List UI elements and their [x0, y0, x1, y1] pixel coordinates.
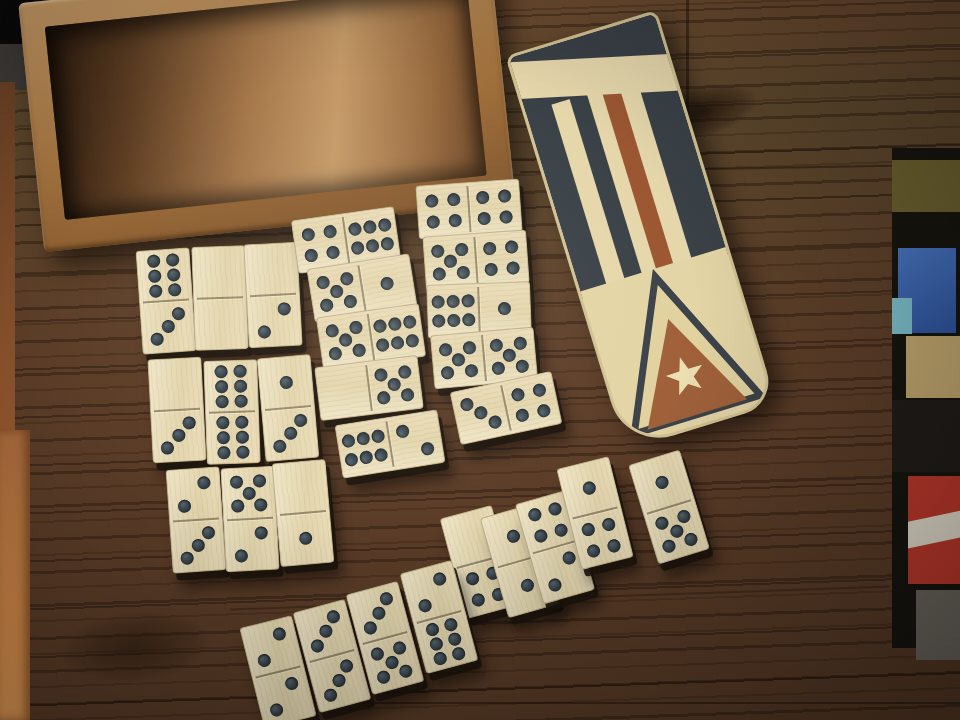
pip — [325, 609, 341, 625]
pip — [278, 302, 292, 316]
pip — [505, 528, 521, 544]
tile-divider — [477, 287, 481, 333]
tile-divider — [500, 385, 512, 430]
pip — [201, 525, 215, 539]
pip — [326, 245, 341, 260]
domino-tile-2-3[interactable] — [165, 466, 226, 574]
pip — [214, 365, 227, 378]
pip — [444, 255, 458, 269]
domino-tile-0-2[interactable] — [243, 242, 302, 349]
domino-tile-5-2[interactable] — [220, 466, 279, 573]
pip — [363, 620, 379, 636]
pip — [279, 376, 293, 390]
pip — [254, 498, 268, 512]
pip — [462, 313, 475, 326]
pip — [484, 262, 498, 276]
pip — [403, 315, 418, 330]
pip — [425, 194, 439, 208]
pip — [514, 408, 529, 423]
pip — [388, 317, 403, 332]
pip — [463, 341, 477, 355]
pip — [420, 442, 435, 457]
photo-scene — [0, 0, 960, 720]
tile-divider — [342, 217, 350, 263]
pip — [365, 238, 380, 253]
pip — [283, 426, 297, 440]
tile-divider — [367, 314, 375, 360]
pip — [433, 651, 449, 667]
pip — [378, 591, 394, 607]
pip — [465, 571, 481, 587]
pip — [363, 220, 378, 235]
pip — [489, 338, 503, 352]
domino-tile-1-3[interactable] — [257, 354, 320, 462]
domino-tile-0-0[interactable] — [191, 245, 249, 351]
pip — [562, 550, 578, 566]
tile-divider — [481, 335, 487, 381]
pip — [374, 447, 389, 462]
pip — [374, 368, 388, 382]
domino-tile-6-6[interactable] — [203, 359, 261, 465]
pip — [371, 429, 386, 444]
tile-divider — [209, 410, 255, 414]
pip — [483, 242, 497, 256]
pip — [432, 314, 445, 327]
domino-tile-6-3[interactable] — [135, 247, 196, 355]
tile-divider — [197, 296, 243, 300]
pip — [459, 397, 474, 412]
pip — [172, 429, 186, 443]
pip — [272, 626, 288, 642]
pip — [356, 431, 371, 446]
pip — [398, 664, 414, 680]
pip — [167, 268, 181, 282]
tile-divider — [473, 237, 478, 283]
pip — [234, 549, 248, 563]
pip — [341, 434, 356, 449]
pip — [339, 658, 355, 674]
tile-divider — [466, 186, 471, 232]
pip — [443, 616, 459, 632]
pip — [676, 508, 692, 524]
pip — [432, 267, 446, 281]
tile-divider — [265, 405, 311, 411]
pip — [510, 387, 525, 402]
pip — [465, 364, 479, 378]
pip — [532, 382, 547, 397]
pip — [235, 415, 248, 428]
pip — [661, 538, 677, 554]
pip — [161, 441, 175, 455]
pip — [683, 532, 699, 548]
pip — [586, 543, 602, 559]
pip — [230, 475, 244, 489]
pip — [533, 528, 549, 544]
pip — [473, 406, 488, 421]
pip — [329, 285, 344, 300]
domino-tile-1-5[interactable] — [628, 449, 710, 564]
pip — [216, 416, 229, 429]
pip — [405, 333, 420, 348]
tile-divider — [154, 408, 200, 412]
pip — [161, 320, 175, 334]
pip — [376, 391, 390, 405]
pip — [347, 222, 362, 237]
tile-divider — [143, 298, 189, 303]
tile-divider — [385, 421, 394, 467]
pip — [180, 552, 194, 566]
pip — [234, 395, 247, 408]
tile-divider — [280, 510, 326, 516]
pip — [432, 571, 448, 587]
pip — [284, 676, 300, 692]
pip — [352, 343, 367, 358]
pip — [654, 515, 670, 531]
pip — [425, 621, 441, 637]
pip — [310, 638, 326, 654]
pip — [378, 218, 393, 233]
pip — [372, 319, 387, 334]
pip — [242, 487, 256, 501]
pip — [166, 253, 180, 267]
pip — [447, 193, 461, 207]
pip — [294, 413, 308, 427]
pip — [581, 480, 597, 496]
pip — [340, 271, 355, 286]
pip — [236, 430, 249, 443]
pip — [171, 306, 185, 320]
pip — [392, 640, 408, 656]
pip — [546, 577, 562, 593]
pip — [150, 333, 164, 347]
pip — [343, 294, 358, 309]
pip — [440, 366, 454, 380]
pip — [431, 295, 444, 308]
pip — [253, 474, 267, 488]
pip — [236, 446, 249, 459]
pip — [426, 215, 440, 229]
pip — [149, 285, 163, 299]
pip — [328, 346, 343, 361]
pip — [233, 364, 246, 377]
pip — [349, 320, 364, 335]
pip — [398, 365, 412, 379]
pip — [369, 646, 385, 662]
pip — [319, 298, 334, 313]
pip — [447, 631, 463, 647]
pip — [438, 343, 452, 357]
pip — [653, 474, 669, 490]
pip — [147, 254, 161, 268]
pip — [470, 592, 486, 608]
pip — [449, 213, 463, 227]
pip — [216, 395, 229, 408]
pip — [256, 652, 272, 668]
pip — [301, 227, 316, 242]
pip — [536, 403, 551, 418]
pip — [376, 669, 392, 685]
pip — [387, 378, 401, 392]
tile-divider — [227, 517, 273, 521]
pip — [506, 261, 520, 275]
pip — [325, 324, 340, 339]
pip — [417, 598, 433, 614]
pip — [505, 240, 519, 254]
pip — [148, 269, 162, 283]
pip — [323, 224, 338, 239]
pip — [191, 539, 205, 553]
tile-divider — [250, 293, 296, 297]
pip — [476, 191, 490, 205]
pip — [370, 605, 386, 621]
pip — [231, 500, 245, 514]
pip — [217, 446, 230, 459]
pip — [395, 423, 410, 438]
pip — [452, 353, 466, 367]
pip — [553, 522, 569, 538]
pip — [350, 241, 365, 256]
pip — [462, 294, 475, 307]
pip — [380, 236, 395, 251]
pip — [182, 416, 196, 430]
pip — [668, 523, 684, 539]
pip — [547, 501, 563, 517]
pip — [298, 531, 312, 545]
pip — [431, 244, 445, 258]
pip — [168, 283, 182, 297]
pip — [390, 335, 405, 350]
pip — [601, 516, 617, 532]
pip — [502, 349, 516, 363]
pip — [477, 211, 491, 225]
pip — [268, 702, 284, 718]
tile-divider — [357, 265, 366, 311]
pip — [457, 265, 471, 279]
dominoes-layer — [0, 0, 960, 720]
pip — [215, 380, 228, 393]
pip — [255, 526, 269, 540]
pip — [273, 440, 287, 454]
pip — [380, 277, 395, 292]
pip — [446, 295, 459, 308]
pip — [197, 476, 211, 490]
pip — [323, 687, 339, 703]
pip — [344, 452, 359, 467]
pip — [606, 538, 622, 554]
pip — [331, 673, 347, 689]
pip — [317, 623, 333, 639]
pip — [315, 275, 330, 290]
pip — [384, 655, 400, 671]
pip — [338, 333, 353, 348]
pip — [499, 210, 513, 224]
pip — [519, 577, 535, 593]
pip — [498, 302, 511, 315]
pip — [498, 189, 512, 203]
pip — [491, 361, 505, 375]
pip — [488, 414, 503, 429]
pip — [359, 450, 374, 465]
domino-tile-0-1[interactable] — [272, 459, 335, 567]
pip — [447, 314, 460, 327]
pip — [580, 521, 596, 537]
pip — [401, 388, 415, 402]
pip — [234, 379, 247, 392]
pip — [217, 431, 230, 444]
pip — [375, 338, 390, 353]
pip — [455, 243, 469, 257]
pip — [177, 499, 191, 513]
pip — [451, 646, 467, 662]
tile-divider — [365, 365, 373, 411]
pip — [304, 248, 319, 263]
pip — [429, 636, 445, 652]
pip — [516, 359, 530, 373]
pip — [257, 325, 271, 339]
pip — [514, 336, 528, 350]
domino-tile-0-3[interactable] — [147, 357, 206, 464]
tile-divider — [173, 517, 219, 522]
domino-tile-0-5[interactable] — [314, 355, 424, 421]
pip — [527, 507, 543, 523]
domino-tile-6-2[interactable] — [334, 409, 445, 479]
